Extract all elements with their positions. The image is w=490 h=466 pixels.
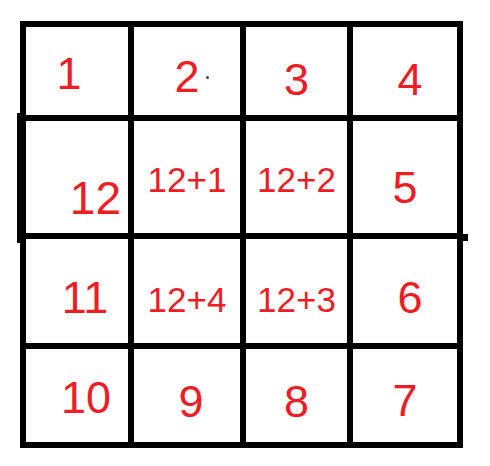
cell-r2c2: 12+1 (134, 121, 246, 239)
cell-r1c1: 1 (26, 27, 134, 121)
cell-value: 1 (56, 51, 81, 96)
cell-r3c1: 11 (26, 239, 134, 349)
cell-value: 10 (61, 375, 111, 420)
cell-value: 5 (392, 165, 417, 210)
cell-r4c1: 10 (26, 349, 134, 442)
cell-value: 4 (397, 57, 422, 102)
cell-r3c4: 6 (353, 239, 457, 349)
cell-value: 12+1 (148, 162, 227, 197)
double-drawn-border-segment (17, 113, 26, 243)
cell-value: 12+2 (257, 162, 336, 197)
cell-r2c4: 5 (353, 121, 457, 239)
cell-r3c2: 12+4 (134, 239, 246, 349)
cell-value: 8 (284, 379, 309, 424)
canvas: 1 2 3 4 12 12+1 12+2 5 11 12+4 12+3 6 10… (0, 0, 490, 466)
cell-r1c4: 4 (353, 27, 457, 121)
cell-value: 6 (397, 275, 422, 320)
board: 1 2 3 4 12 12+1 12+2 5 11 12+4 12+3 6 10… (20, 21, 463, 448)
cell-value: 12 (70, 175, 121, 221)
cell-value: 3 (284, 57, 309, 102)
cell-value: 7 (392, 378, 417, 423)
cell-r3c3: 12+3 (246, 239, 353, 349)
stray-dot-mark (206, 76, 209, 79)
cell-value: 2 (174, 54, 199, 99)
cell-r1c3: 3 (246, 27, 353, 121)
cell-r2c3: 12+2 (246, 121, 353, 239)
cell-value: 9 (178, 379, 203, 424)
cell-value: 12+4 (148, 282, 227, 317)
cell-r4c2: 9 (134, 349, 246, 442)
cell-r2c1: 12 (26, 121, 134, 239)
cell-value: 11 (62, 275, 109, 320)
cell-r4c4: 7 (353, 349, 457, 442)
cell-value: 12+3 (257, 282, 336, 317)
line-overhang-mark (461, 234, 468, 241)
cell-r4c3: 8 (246, 349, 353, 442)
cell-r1c2: 2 (134, 27, 246, 121)
